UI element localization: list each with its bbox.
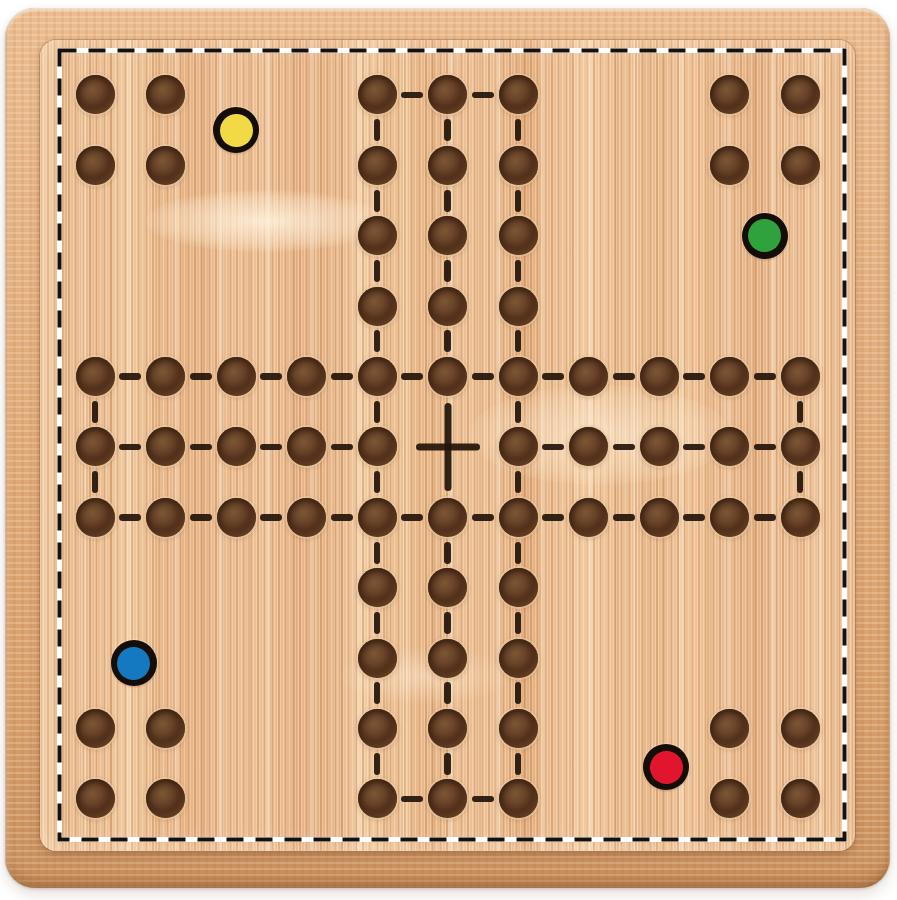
- track-connector-dash: [515, 119, 522, 141]
- track-connector-dash: [515, 401, 522, 423]
- cell-r1c9: [694, 130, 765, 200]
- peg-hole[interactable]: [358, 216, 397, 255]
- track-connector-dash: [374, 753, 381, 775]
- peg-hole[interactable]: [781, 357, 820, 396]
- track-connector-dash: [331, 514, 353, 521]
- cell-r8c3: [271, 623, 342, 693]
- track-connector-dash: [444, 542, 451, 564]
- track-connector-dash: [797, 401, 804, 423]
- cell-r0c1: [130, 60, 201, 130]
- cell-r1c7: [553, 130, 624, 200]
- track-connector-dash: [515, 612, 522, 634]
- track-connector-dash: [683, 514, 705, 521]
- cell-r9c3: [271, 693, 342, 763]
- peg-hole[interactable]: [146, 75, 185, 114]
- cell-r9c9: [694, 693, 765, 763]
- track-connector-dash: [260, 444, 282, 451]
- peg-hole[interactable]: [358, 75, 397, 114]
- track-connector-dash: [444, 330, 451, 352]
- track-connector-dash: [515, 682, 522, 704]
- track-connector-dash: [119, 444, 141, 451]
- peg-hole[interactable]: [358, 498, 397, 537]
- cell-r2c7: [553, 201, 624, 271]
- peg-hole[interactable]: [640, 357, 679, 396]
- peg-hole[interactable]: [217, 357, 256, 396]
- cell-r7c9: [694, 553, 765, 623]
- peg-hole[interactable]: [499, 709, 538, 748]
- peg-hole[interactable]: [569, 427, 608, 466]
- cell-r5c5: [412, 412, 483, 482]
- peg-grid: [60, 60, 836, 834]
- peg-hole[interactable]: [499, 427, 538, 466]
- start-marker-green: [742, 213, 788, 259]
- peg-hole[interactable]: [358, 427, 397, 466]
- track-connector-dash: [683, 373, 705, 380]
- track-connector-dash: [515, 471, 522, 493]
- peg-hole[interactable]: [428, 357, 467, 396]
- track-connector-dash: [444, 753, 451, 775]
- cell-r7c3: [271, 553, 342, 623]
- cell-r0c3: [271, 60, 342, 130]
- peg-hole[interactable]: [781, 75, 820, 114]
- peg-hole[interactable]: [428, 216, 467, 255]
- track-connector-dash: [472, 92, 494, 99]
- track-connector-dash: [613, 514, 635, 521]
- cell-r8c9: [694, 623, 765, 693]
- yellow-marker-core: [220, 114, 253, 147]
- cell-r2c8: [624, 201, 695, 271]
- peg-hole[interactable]: [640, 427, 679, 466]
- peg-hole[interactable]: [640, 498, 679, 537]
- peg-hole[interactable]: [428, 639, 467, 678]
- peg-hole[interactable]: [428, 709, 467, 748]
- track-connector-dash: [374, 542, 381, 564]
- track-connector-dash: [444, 190, 451, 212]
- peg-hole[interactable]: [428, 779, 467, 818]
- peg-hole[interactable]: [710, 779, 749, 818]
- peg-hole[interactable]: [358, 357, 397, 396]
- cell-r10c10: [765, 764, 836, 834]
- track-connector-dash: [401, 373, 423, 380]
- track-connector-dash: [190, 444, 212, 451]
- red-marker-core: [650, 751, 683, 784]
- track-connector-dash: [374, 682, 381, 704]
- start-marker-blue: [111, 640, 157, 686]
- track-connector-dash: [374, 190, 381, 212]
- cell-r0c9: [694, 60, 765, 130]
- track-connector-dash: [754, 444, 776, 451]
- peg-hole[interactable]: [76, 146, 115, 185]
- cell-r1c1: [130, 130, 201, 200]
- track-connector-dash: [515, 260, 522, 282]
- peg-hole[interactable]: [499, 216, 538, 255]
- track-connector-dash: [260, 373, 282, 380]
- peg-hole[interactable]: [499, 146, 538, 185]
- track-connector-dash: [260, 514, 282, 521]
- peg-hole[interactable]: [781, 779, 820, 818]
- peg-hole[interactable]: [710, 498, 749, 537]
- cell-r7c10: [765, 553, 836, 623]
- track-connector-dash: [515, 330, 522, 352]
- peg-hole[interactable]: [428, 498, 467, 537]
- cell-r2c3: [271, 201, 342, 271]
- track-connector-dash: [374, 401, 381, 423]
- track-connector-dash: [613, 373, 635, 380]
- peg-hole[interactable]: [358, 287, 397, 326]
- peg-hole[interactable]: [76, 357, 115, 396]
- peg-hole[interactable]: [146, 357, 185, 396]
- peg-hole[interactable]: [287, 498, 326, 537]
- board-face: [40, 40, 855, 851]
- cell-r7c2: [201, 553, 272, 623]
- cell-r1c8: [624, 130, 695, 200]
- peg-hole[interactable]: [358, 639, 397, 678]
- track-connector-dash: [444, 682, 451, 704]
- cell-r8c8: [624, 623, 695, 693]
- cell-r10c7: [553, 764, 624, 834]
- cell-r9c10: [765, 693, 836, 763]
- peg-hole[interactable]: [358, 146, 397, 185]
- peg-hole[interactable]: [710, 427, 749, 466]
- peg-hole[interactable]: [76, 427, 115, 466]
- track-connector-dash: [374, 119, 381, 141]
- peg-hole[interactable]: [146, 498, 185, 537]
- track-connector-dash: [92, 471, 99, 493]
- peg-hole[interactable]: [287, 357, 326, 396]
- track-connector-dash: [331, 373, 353, 380]
- cell-r1c0: [60, 130, 131, 200]
- track-connector-dash: [754, 373, 776, 380]
- cell-r7c7: [553, 553, 624, 623]
- peg-hole[interactable]: [146, 709, 185, 748]
- green-marker-core: [748, 219, 781, 252]
- peg-hole[interactable]: [499, 357, 538, 396]
- cell-r3c1: [130, 271, 201, 341]
- cell-r3c2: [201, 271, 272, 341]
- track-connector-dash: [515, 542, 522, 564]
- cell-r0c10: [765, 60, 836, 130]
- peg-hole[interactable]: [428, 75, 467, 114]
- track-connector-dash: [613, 444, 635, 451]
- peg-hole[interactable]: [358, 709, 397, 748]
- cell-r7c8: [624, 553, 695, 623]
- track-connector-dash: [190, 373, 212, 380]
- cell-r8c7: [553, 623, 624, 693]
- peg-hole[interactable]: [499, 639, 538, 678]
- track-connector-dash: [374, 330, 381, 352]
- cell-r10c1: [130, 764, 201, 834]
- track-connector-dash: [190, 514, 212, 521]
- cell-r10c9: [694, 764, 765, 834]
- cell-r7c0: [60, 553, 131, 623]
- peg-hole[interactable]: [499, 498, 538, 537]
- track-connector-dash: [444, 612, 451, 634]
- cell-r2c2: [201, 201, 272, 271]
- peg-hole[interactable]: [287, 427, 326, 466]
- track-connector-dash: [472, 514, 494, 521]
- cell-r10c2: [201, 764, 272, 834]
- cell-r10c0: [60, 764, 131, 834]
- track-connector-dash: [542, 373, 564, 380]
- track-connector-dash: [542, 514, 564, 521]
- cell-r9c1: [130, 693, 201, 763]
- peg-hole[interactable]: [76, 498, 115, 537]
- cell-r3c10: [765, 271, 836, 341]
- track-connector-dash: [92, 401, 99, 423]
- track-connector-dash: [444, 260, 451, 282]
- track-connector-dash: [797, 471, 804, 493]
- track-connector-dash: [542, 444, 564, 451]
- peg-hole[interactable]: [76, 75, 115, 114]
- cell-r3c3: [271, 271, 342, 341]
- track-connector-dash: [444, 119, 451, 141]
- game-board: [5, 8, 890, 888]
- cell-r3c8: [624, 271, 695, 341]
- cell-r8c2: [201, 623, 272, 693]
- peg-hole[interactable]: [710, 75, 749, 114]
- peg-hole[interactable]: [499, 287, 538, 326]
- cell-r0c0: [60, 60, 131, 130]
- peg-hole[interactable]: [358, 568, 397, 607]
- peg-hole[interactable]: [428, 287, 467, 326]
- peg-hole[interactable]: [146, 146, 185, 185]
- track-connector-dash: [374, 612, 381, 634]
- track-connector-dash: [515, 753, 522, 775]
- track-connector-dash: [119, 373, 141, 380]
- track-connector-dash: [472, 373, 494, 380]
- cell-r0c7: [553, 60, 624, 130]
- peg-hole[interactable]: [146, 779, 185, 818]
- cell-r1c10: [765, 130, 836, 200]
- peg-hole[interactable]: [358, 779, 397, 818]
- cross-horizontal-bar: [416, 443, 480, 450]
- blue-marker-core: [117, 647, 150, 680]
- track-connector-dash: [683, 444, 705, 451]
- photo-background: [0, 0, 897, 900]
- track-connector-dash: [331, 444, 353, 451]
- track-connector-dash: [374, 260, 381, 282]
- peg-hole[interactable]: [428, 146, 467, 185]
- peg-hole[interactable]: [146, 427, 185, 466]
- cell-r3c9: [694, 271, 765, 341]
- cell-r9c2: [201, 693, 272, 763]
- track-connector-dash: [515, 190, 522, 212]
- peg-hole[interactable]: [217, 427, 256, 466]
- peg-hole[interactable]: [428, 568, 467, 607]
- peg-hole[interactable]: [781, 427, 820, 466]
- cell-r3c7: [553, 271, 624, 341]
- peg-hole[interactable]: [781, 709, 820, 748]
- peg-hole[interactable]: [76, 779, 115, 818]
- peg-hole[interactable]: [710, 709, 749, 748]
- peg-hole[interactable]: [781, 498, 820, 537]
- cell-r0c8: [624, 60, 695, 130]
- cell-r1c3: [271, 130, 342, 200]
- cell-r8c10: [765, 623, 836, 693]
- cell-r10c3: [271, 764, 342, 834]
- cell-r7c1: [130, 553, 201, 623]
- peg-hole[interactable]: [569, 498, 608, 537]
- track-connector-dash: [754, 514, 776, 521]
- peg-hole[interactable]: [781, 146, 820, 185]
- track-connector-dash: [374, 471, 381, 493]
- peg-hole[interactable]: [76, 709, 115, 748]
- peg-hole[interactable]: [499, 568, 538, 607]
- track-connector-dash: [472, 796, 494, 803]
- track-connector-dash: [401, 514, 423, 521]
- cell-r2c0: [60, 201, 131, 271]
- start-marker-yellow: [213, 107, 259, 153]
- peg-hole[interactable]: [217, 498, 256, 537]
- cell-r3c0: [60, 271, 131, 341]
- track-connector-dash: [119, 514, 141, 521]
- peg-hole[interactable]: [499, 779, 538, 818]
- peg-hole[interactable]: [710, 146, 749, 185]
- track-connector-dash: [401, 796, 423, 803]
- peg-hole[interactable]: [710, 357, 749, 396]
- cell-r9c7: [553, 693, 624, 763]
- cell-r9c0: [60, 693, 131, 763]
- center-cross-mark: [412, 412, 483, 482]
- peg-hole[interactable]: [569, 357, 608, 396]
- cell-r2c1: [130, 201, 201, 271]
- peg-hole[interactable]: [499, 75, 538, 114]
- track-connector-dash: [401, 92, 423, 99]
